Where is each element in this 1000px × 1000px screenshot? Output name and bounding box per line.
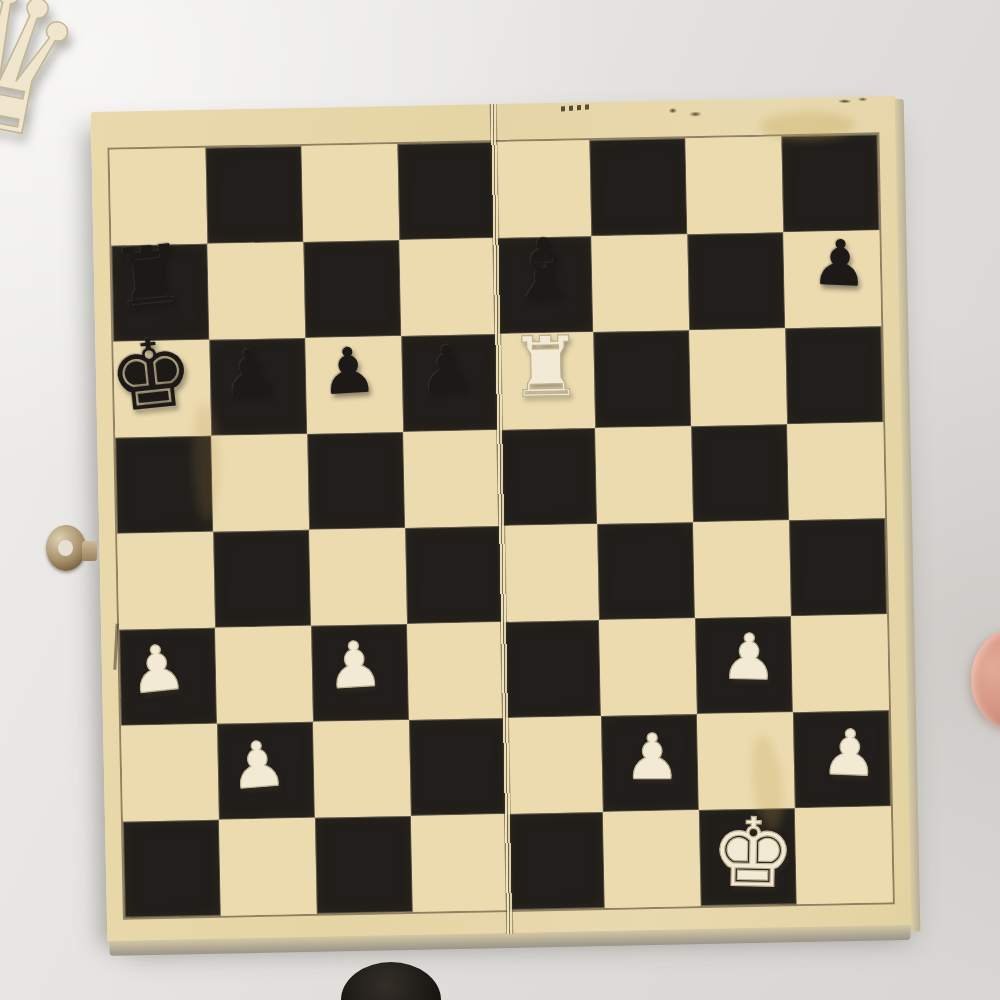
square-a4 bbox=[117, 532, 215, 630]
black-pawn-c6: ♟ bbox=[318, 338, 378, 404]
square-c5 bbox=[307, 432, 405, 530]
square-d2 bbox=[409, 718, 507, 816]
square-h1 bbox=[795, 806, 893, 904]
square-b4 bbox=[213, 530, 311, 628]
white-pawn-h2: ♟ bbox=[820, 721, 879, 786]
black-pawn-b6: ♟ bbox=[219, 339, 281, 406]
square-f1 bbox=[603, 810, 701, 908]
black-rook-a7: ♜ bbox=[108, 232, 191, 322]
square-e3 bbox=[503, 620, 601, 718]
square-h4 bbox=[789, 518, 887, 616]
square-d1 bbox=[411, 814, 509, 912]
square-g1: ♚ bbox=[699, 808, 797, 906]
square-f4 bbox=[597, 522, 695, 620]
white-pawn-c3: ♟ bbox=[324, 632, 384, 698]
white-pawn-f2: ♟ bbox=[624, 726, 681, 789]
white-pawn-b2: ♟ bbox=[227, 731, 289, 798]
square-c3: ♟ bbox=[311, 624, 409, 722]
photo-scene: ♜♝♟♚♟♟♟♜♟♟♟♟♟♟♚ ♛ bbox=[0, 0, 1000, 1000]
square-b2: ♟ bbox=[217, 722, 315, 820]
square-h7: ♟ bbox=[783, 230, 881, 328]
square-c4 bbox=[309, 528, 407, 626]
square-e1 bbox=[507, 812, 605, 910]
board-clasp bbox=[46, 521, 98, 583]
square-f2: ♟ bbox=[601, 714, 699, 812]
square-g4 bbox=[693, 520, 791, 618]
white-pawn-g3: ♟ bbox=[720, 625, 778, 689]
scuff-mark bbox=[561, 104, 591, 111]
square-d3 bbox=[407, 622, 505, 720]
square-h6 bbox=[785, 326, 883, 424]
square-f5 bbox=[595, 426, 693, 524]
square-b1 bbox=[219, 818, 317, 916]
black-pawn-h7: ♟ bbox=[810, 231, 869, 296]
square-b6: ♟ bbox=[209, 338, 307, 436]
square-d8 bbox=[397, 142, 495, 240]
square-h5 bbox=[787, 422, 885, 520]
square-e4 bbox=[501, 524, 599, 622]
scuff-mark bbox=[113, 624, 118, 670]
square-e5 bbox=[499, 428, 597, 526]
square-e6: ♜ bbox=[497, 332, 595, 430]
scuff-mark bbox=[833, 96, 873, 108]
square-c6: ♟ bbox=[305, 336, 403, 434]
square-a3: ♟ bbox=[119, 628, 217, 726]
white-king-g1: ♚ bbox=[709, 805, 796, 902]
square-e2 bbox=[505, 716, 603, 814]
black-bishop-e7: ♝ bbox=[506, 228, 581, 312]
chess-board: ♜♝♟♚♟♟♟♜♟♟♟♟♟♟♚ bbox=[91, 96, 912, 942]
square-f8 bbox=[589, 138, 687, 236]
square-a2 bbox=[121, 724, 219, 822]
square-g3: ♟ bbox=[695, 616, 793, 714]
square-g8 bbox=[685, 136, 783, 234]
square-g7 bbox=[687, 232, 785, 330]
square-h3 bbox=[791, 614, 889, 712]
square-f3 bbox=[599, 618, 697, 716]
square-h2: ♟ bbox=[793, 710, 891, 808]
square-b3 bbox=[215, 626, 313, 724]
square-c2 bbox=[313, 720, 411, 818]
square-g5 bbox=[691, 424, 789, 522]
clasp-tab bbox=[82, 541, 97, 561]
clasp-hole bbox=[58, 540, 73, 556]
square-c7 bbox=[303, 240, 401, 338]
square-b7 bbox=[207, 242, 305, 340]
white-rook-e6: ♜ bbox=[508, 325, 584, 410]
white-pawn-a3: ♟ bbox=[126, 635, 189, 704]
square-f7 bbox=[591, 234, 689, 332]
square-h8 bbox=[781, 134, 879, 232]
square-c8 bbox=[301, 144, 399, 242]
scuff-mark bbox=[663, 105, 713, 119]
square-c1 bbox=[315, 816, 413, 914]
square-d4 bbox=[405, 526, 503, 624]
square-d5 bbox=[403, 430, 501, 528]
black-pawn-d6: ♟ bbox=[418, 337, 477, 402]
square-b5 bbox=[211, 434, 309, 532]
square-b8 bbox=[205, 146, 303, 244]
square-a6: ♚ bbox=[113, 340, 211, 438]
square-d6: ♟ bbox=[401, 334, 499, 432]
black-king-a6: ♚ bbox=[104, 324, 199, 427]
square-a1 bbox=[123, 820, 221, 918]
square-g6 bbox=[689, 328, 787, 426]
square-d7 bbox=[399, 238, 497, 336]
square-f6 bbox=[593, 330, 691, 428]
